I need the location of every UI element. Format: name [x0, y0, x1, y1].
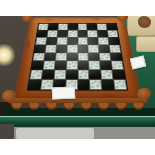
board-grid	[27, 23, 129, 91]
square-d7	[67, 30, 77, 37]
square-e1	[78, 80, 90, 90]
square-d8	[68, 23, 78, 30]
carved-wood-frame	[13, 17, 142, 101]
square-d4	[66, 53, 77, 61]
square-c5	[56, 45, 67, 53]
square-f7	[87, 30, 98, 37]
square-d3	[66, 61, 78, 70]
shelf-tray-2	[136, 36, 155, 52]
square-f3	[89, 61, 101, 70]
square-f4	[88, 53, 100, 61]
photo-canvas	[0, 0, 155, 155]
square-b6	[46, 37, 57, 44]
square-h5	[109, 45, 121, 53]
square-e2	[78, 70, 90, 80]
square-c7	[57, 30, 68, 37]
square-f8	[87, 23, 97, 30]
square-h2	[112, 70, 125, 80]
square-c6	[56, 37, 67, 44]
square-h4	[110, 53, 122, 61]
price-tag-bottom	[52, 86, 76, 99]
square-e4	[78, 53, 89, 61]
square-e5	[78, 45, 89, 53]
square-e6	[78, 37, 89, 44]
background-highlight	[0, 44, 16, 66]
square-d5	[67, 45, 78, 53]
square-b2	[42, 70, 55, 80]
square-b4	[44, 53, 56, 61]
square-e7	[78, 30, 88, 37]
square-c8	[58, 23, 68, 30]
square-d6	[67, 37, 78, 44]
square-c4	[55, 53, 67, 61]
square-h7	[107, 30, 118, 37]
floor-light-patch	[16, 128, 94, 139]
square-h1	[113, 80, 127, 90]
square-h8	[106, 23, 117, 30]
tray-item	[138, 16, 151, 28]
square-e8	[78, 23, 88, 30]
square-c2	[54, 70, 66, 80]
square-f5	[88, 45, 99, 53]
square-h6	[108, 37, 119, 44]
square-b7	[47, 30, 58, 37]
square-f2	[89, 70, 101, 80]
square-f6	[88, 37, 99, 44]
square-b5	[45, 45, 57, 53]
square-c3	[54, 61, 66, 70]
photo	[0, 16, 155, 139]
square-b8	[48, 23, 58, 30]
chessboard	[13, 17, 142, 101]
square-e3	[78, 61, 90, 70]
square-d2	[66, 70, 78, 80]
square-b3	[43, 61, 55, 70]
square-h3	[111, 61, 124, 70]
scalloped-apron	[8, 98, 147, 113]
floor-dark-corner	[0, 124, 14, 139]
square-f1	[89, 80, 102, 90]
